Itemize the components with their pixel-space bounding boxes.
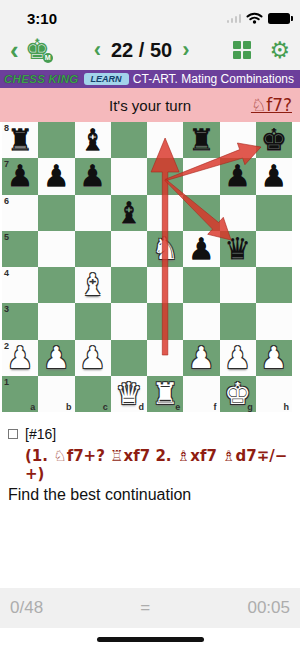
status-bar: 3:10: [0, 0, 300, 30]
square-a7[interactable]: 7♟: [2, 158, 38, 194]
square-f2[interactable]: ♟: [183, 340, 219, 376]
square-d4[interactable]: [111, 267, 147, 303]
file-label: f: [214, 402, 217, 412]
piece-white-knight-e5[interactable]: ♞: [152, 231, 179, 267]
rank-label: 5: [4, 232, 9, 242]
prev-puzzle-button[interactable]: ‹: [94, 37, 101, 63]
square-h6[interactable]: [256, 195, 292, 231]
piece-white-rook-e1[interactable]: ♜: [152, 376, 179, 412]
square-a8[interactable]: 8♜: [2, 122, 38, 158]
piece-black-pawn-c7[interactable]: ♟: [79, 158, 106, 194]
square-f5[interactable]: ♟: [183, 231, 219, 267]
square-a3[interactable]: 3: [2, 303, 38, 339]
home-indicator[interactable]: [97, 637, 204, 642]
piece-black-pawn-b7[interactable]: ♟: [43, 158, 70, 194]
square-c6[interactable]: [75, 195, 111, 231]
square-g3[interactable]: [220, 303, 256, 339]
puzzle-counter: 22 / 50: [111, 39, 172, 62]
square-c2[interactable]: ♟: [75, 340, 111, 376]
square-g2[interactable]: ♟: [220, 340, 256, 376]
piece-white-pawn-h2[interactable]: ♟: [260, 340, 287, 376]
square-d1[interactable]: d♛: [111, 376, 147, 412]
clock: 3:10: [27, 10, 57, 27]
piece-black-bishop-d6[interactable]: ♝: [115, 195, 142, 231]
square-h1[interactable]: h: [256, 376, 292, 412]
piece-black-rook-f8[interactable]: ♜: [188, 122, 215, 158]
solved-checkbox[interactable]: [8, 429, 18, 439]
logo-badge: M: [43, 53, 53, 63]
square-c5[interactable]: [75, 231, 111, 267]
piece-black-pawn-a7[interactable]: ♟: [7, 158, 34, 194]
piece-black-bishop-c8[interactable]: ♝: [79, 122, 106, 158]
square-c7[interactable]: ♟: [75, 158, 111, 194]
square-h8[interactable]: ♚: [256, 122, 292, 158]
hint-move-link[interactable]: ♘f7?: [251, 95, 292, 115]
square-c3[interactable]: [75, 303, 111, 339]
square-f6[interactable]: [183, 195, 219, 231]
square-b2[interactable]: ♟: [38, 340, 74, 376]
piece-white-bishop-c4[interactable]: ♝: [79, 267, 106, 303]
square-d5[interactable]: [111, 231, 147, 267]
back-chevron-icon[interactable]: ‹: [10, 39, 19, 61]
square-b7[interactable]: ♟: [38, 158, 74, 194]
board-grid: 8♜♝♜♚7♟♟♟♟♟6♝5♞♟♛4♝32♟♟♟♟♟♟1abcd♛e♜fg♚h: [2, 122, 292, 412]
chess-board: 8♜♝♜♚7♟♟♟♟♟6♝5♞♟♛4♝32♟♟♟♟♟♟1abcd♛e♜fg♚h: [2, 122, 292, 412]
square-g6[interactable]: [220, 195, 256, 231]
square-f3[interactable]: [183, 303, 219, 339]
square-d3[interactable]: [111, 303, 147, 339]
piece-black-rook-a8[interactable]: ♜: [7, 122, 34, 158]
square-d6[interactable]: ♝: [111, 195, 147, 231]
rank-label: 3: [4, 304, 9, 314]
piece-white-pawn-a2[interactable]: ♟: [7, 340, 34, 376]
piece-black-queen-g5[interactable]: ♛: [224, 231, 251, 267]
square-h3[interactable]: [256, 303, 292, 339]
eval-indicator: =: [140, 598, 150, 618]
square-a4[interactable]: 4: [2, 267, 38, 303]
brand-bar: CHESS KING LEARN CT-ART. Mating Combinat…: [0, 70, 300, 88]
square-f1[interactable]: f: [183, 376, 219, 412]
square-c4[interactable]: ♝: [75, 267, 111, 303]
square-d2[interactable]: [111, 340, 147, 376]
turn-bar: It's your turn ♘f7?: [0, 88, 300, 122]
bottom-bar: 0/48 = 00:05: [0, 588, 300, 628]
learn-badge: LEARN: [84, 73, 129, 85]
score-counter: 0/48: [10, 598, 43, 618]
piece-black-king-h8[interactable]: ♚: [260, 122, 287, 158]
home-area: [0, 628, 300, 650]
square-e3[interactable]: [147, 303, 183, 339]
square-c1[interactable]: c: [75, 376, 111, 412]
square-b6[interactable]: [38, 195, 74, 231]
square-g4[interactable]: [220, 267, 256, 303]
solution-line: (1. ♘f7+? ♖xf7 2. ♗xf7 ♗d7∓/−+): [25, 447, 292, 483]
square-e1[interactable]: e♜: [147, 376, 183, 412]
piece-white-pawn-b2[interactable]: ♟: [43, 340, 70, 376]
square-d8[interactable]: [111, 122, 147, 158]
task-number: [#16]: [25, 426, 56, 442]
rank-label: 4: [4, 268, 9, 278]
next-puzzle-button[interactable]: ›: [182, 37, 189, 63]
nav-bar: ‹ ♚ M ‹ 22 / 50 › ⚙: [0, 30, 300, 70]
battery-icon: [268, 13, 290, 24]
file-label: c: [103, 402, 108, 412]
square-c8[interactable]: ♝: [75, 122, 111, 158]
square-e5[interactable]: ♞: [147, 231, 183, 267]
square-f8[interactable]: ♜: [183, 122, 219, 158]
app-name: CHESS KING: [4, 73, 79, 85]
course-title: CT-ART. Mating Combinations: [129, 72, 294, 86]
square-e6[interactable]: [147, 195, 183, 231]
piece-black-pawn-g7[interactable]: ♟: [224, 158, 251, 194]
square-a5[interactable]: 5: [2, 231, 38, 267]
square-h4[interactable]: [256, 267, 292, 303]
piece-white-pawn-g2[interactable]: ♟: [224, 340, 251, 376]
piece-black-pawn-h7[interactable]: ♟: [260, 158, 287, 194]
piece-white-queen-d1[interactable]: ♛: [115, 376, 142, 412]
settings-gear-icon[interactable]: ⚙: [269, 39, 290, 62]
puzzle-info: [#16] (1. ♘f7+? ♖xf7 2. ♗xf7 ♗d7∓/−+) Fi…: [0, 412, 300, 504]
wifi-icon: [246, 12, 263, 24]
puzzle-list-button[interactable]: [233, 41, 251, 59]
square-e4[interactable]: [147, 267, 183, 303]
square-g5[interactable]: ♛: [220, 231, 256, 267]
square-h7[interactable]: ♟: [256, 158, 292, 194]
piece-white-pawn-c2[interactable]: ♟: [79, 340, 106, 376]
square-h2[interactable]: ♟: [256, 340, 292, 376]
square-e7[interactable]: [147, 158, 183, 194]
square-b5[interactable]: [38, 231, 74, 267]
square-h5[interactable]: [256, 231, 292, 267]
file-label: b: [66, 402, 72, 412]
piece-black-pawn-f5[interactable]: ♟: [188, 231, 215, 267]
file-label: a: [30, 402, 35, 412]
piece-white-king-g1[interactable]: ♚: [224, 376, 251, 412]
rank-label: 1: [4, 377, 9, 387]
square-f4[interactable]: [183, 267, 219, 303]
app-screen: 3:10 ‹ ♚ M ‹ 22 / 50 › ⚙ CHESS KING LEAR…: [0, 0, 300, 650]
square-e8[interactable]: [147, 122, 183, 158]
task-prompt: Find the best continuation: [8, 486, 292, 504]
square-g1[interactable]: g♚: [220, 376, 256, 412]
rank-label: 6: [4, 196, 9, 206]
square-b1[interactable]: b: [38, 376, 74, 412]
file-label: h: [284, 402, 290, 412]
square-g7[interactable]: ♟: [220, 158, 256, 194]
square-b3[interactable]: [38, 303, 74, 339]
square-f7[interactable]: [183, 158, 219, 194]
piece-white-pawn-f2[interactable]: ♟: [188, 340, 215, 376]
square-d7[interactable]: [111, 158, 147, 194]
square-b8[interactable]: [38, 122, 74, 158]
chess-king-logo[interactable]: ♚ M: [25, 35, 50, 65]
square-a6[interactable]: 6: [2, 195, 38, 231]
square-a1[interactable]: 1a: [2, 376, 38, 412]
square-e2[interactable]: [147, 340, 183, 376]
elapsed-time: 00:05: [247, 598, 290, 618]
square-g8[interactable]: [220, 122, 256, 158]
square-b4[interactable]: [38, 267, 74, 303]
cellular-signal-icon: [227, 13, 242, 23]
square-a2[interactable]: 2♟: [2, 340, 38, 376]
